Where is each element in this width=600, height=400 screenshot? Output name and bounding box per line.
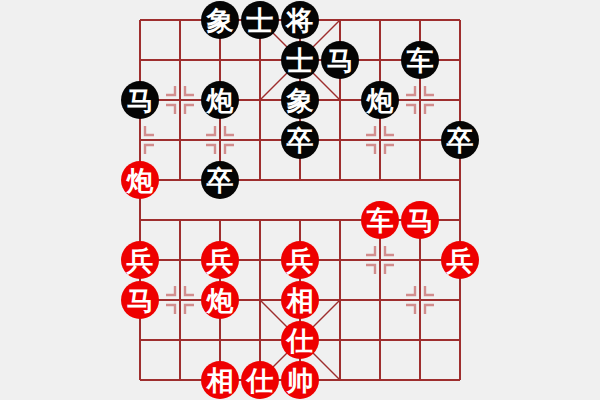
piece-black-general[interactable]: 将 bbox=[281, 1, 319, 39]
piece-black-pawn[interactable]: 卒 bbox=[201, 161, 239, 199]
piece-black-cannon[interactable]: 炮 bbox=[361, 81, 399, 119]
piece-red-elephant[interactable]: 相 bbox=[201, 361, 239, 399]
piece-red-advisor[interactable]: 仕 bbox=[241, 361, 279, 399]
piece-black-advisor[interactable]: 士 bbox=[241, 1, 279, 39]
piece-red-pawn[interactable]: 兵 bbox=[121, 241, 159, 279]
xiangqi-board: 象士将士马车马炮象炮卒卒卒炮车马兵兵兵兵马炮相仕相仕帅 bbox=[0, 0, 600, 400]
piece-black-elephant[interactable]: 象 bbox=[201, 1, 239, 39]
piece-red-horse[interactable]: 马 bbox=[401, 201, 439, 239]
piece-red-chariot[interactable]: 车 bbox=[361, 201, 399, 239]
piece-black-chariot[interactable]: 车 bbox=[401, 41, 439, 79]
piece-red-pawn[interactable]: 兵 bbox=[201, 241, 239, 279]
piece-red-horse[interactable]: 马 bbox=[121, 281, 159, 319]
piece-red-advisor[interactable]: 仕 bbox=[281, 321, 319, 359]
piece-black-elephant[interactable]: 象 bbox=[281, 81, 319, 119]
piece-black-horse[interactable]: 马 bbox=[121, 81, 159, 119]
piece-red-cannon[interactable]: 炮 bbox=[201, 281, 239, 319]
piece-black-horse[interactable]: 马 bbox=[321, 41, 359, 79]
pieces-layer: 象士将士马车马炮象炮卒卒卒炮车马兵兵兵兵马炮相仕相仕帅 bbox=[120, 0, 480, 400]
piece-red-pawn[interactable]: 兵 bbox=[441, 241, 479, 279]
piece-black-cannon[interactable]: 炮 bbox=[201, 81, 239, 119]
piece-black-pawn[interactable]: 卒 bbox=[281, 121, 319, 159]
piece-red-elephant[interactable]: 相 bbox=[281, 281, 319, 319]
piece-black-advisor[interactable]: 士 bbox=[281, 41, 319, 79]
piece-red-pawn[interactable]: 兵 bbox=[281, 241, 319, 279]
piece-black-pawn[interactable]: 卒 bbox=[441, 121, 479, 159]
piece-red-cannon[interactable]: 炮 bbox=[121, 161, 159, 199]
piece-red-general[interactable]: 帅 bbox=[281, 361, 319, 399]
